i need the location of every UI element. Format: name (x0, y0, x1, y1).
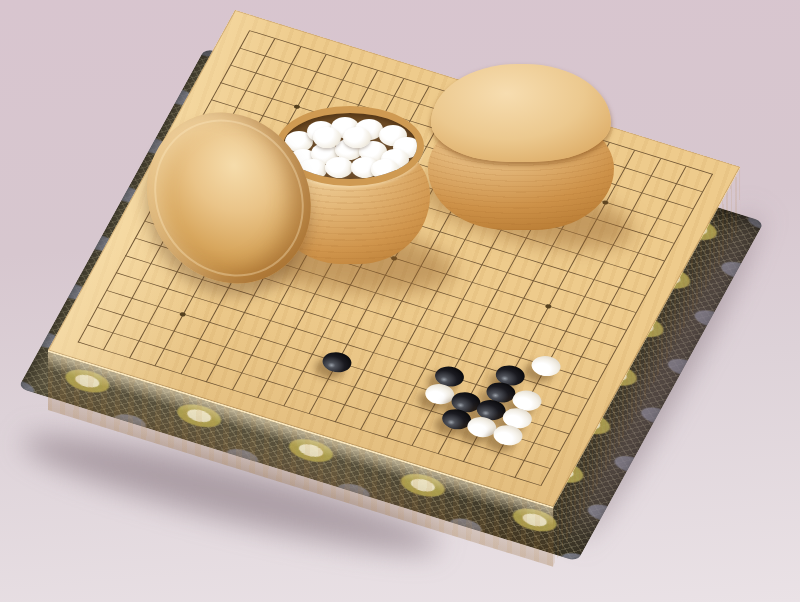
closed-bowl-lid (431, 64, 611, 162)
bowl-white-stone (343, 127, 371, 148)
go-photo-scene (0, 0, 800, 602)
bowl-white-stone (371, 159, 399, 180)
bowl-white-stone (313, 127, 341, 148)
closed-stone-bowl (428, 64, 614, 230)
bowl-white-stone (325, 157, 353, 178)
